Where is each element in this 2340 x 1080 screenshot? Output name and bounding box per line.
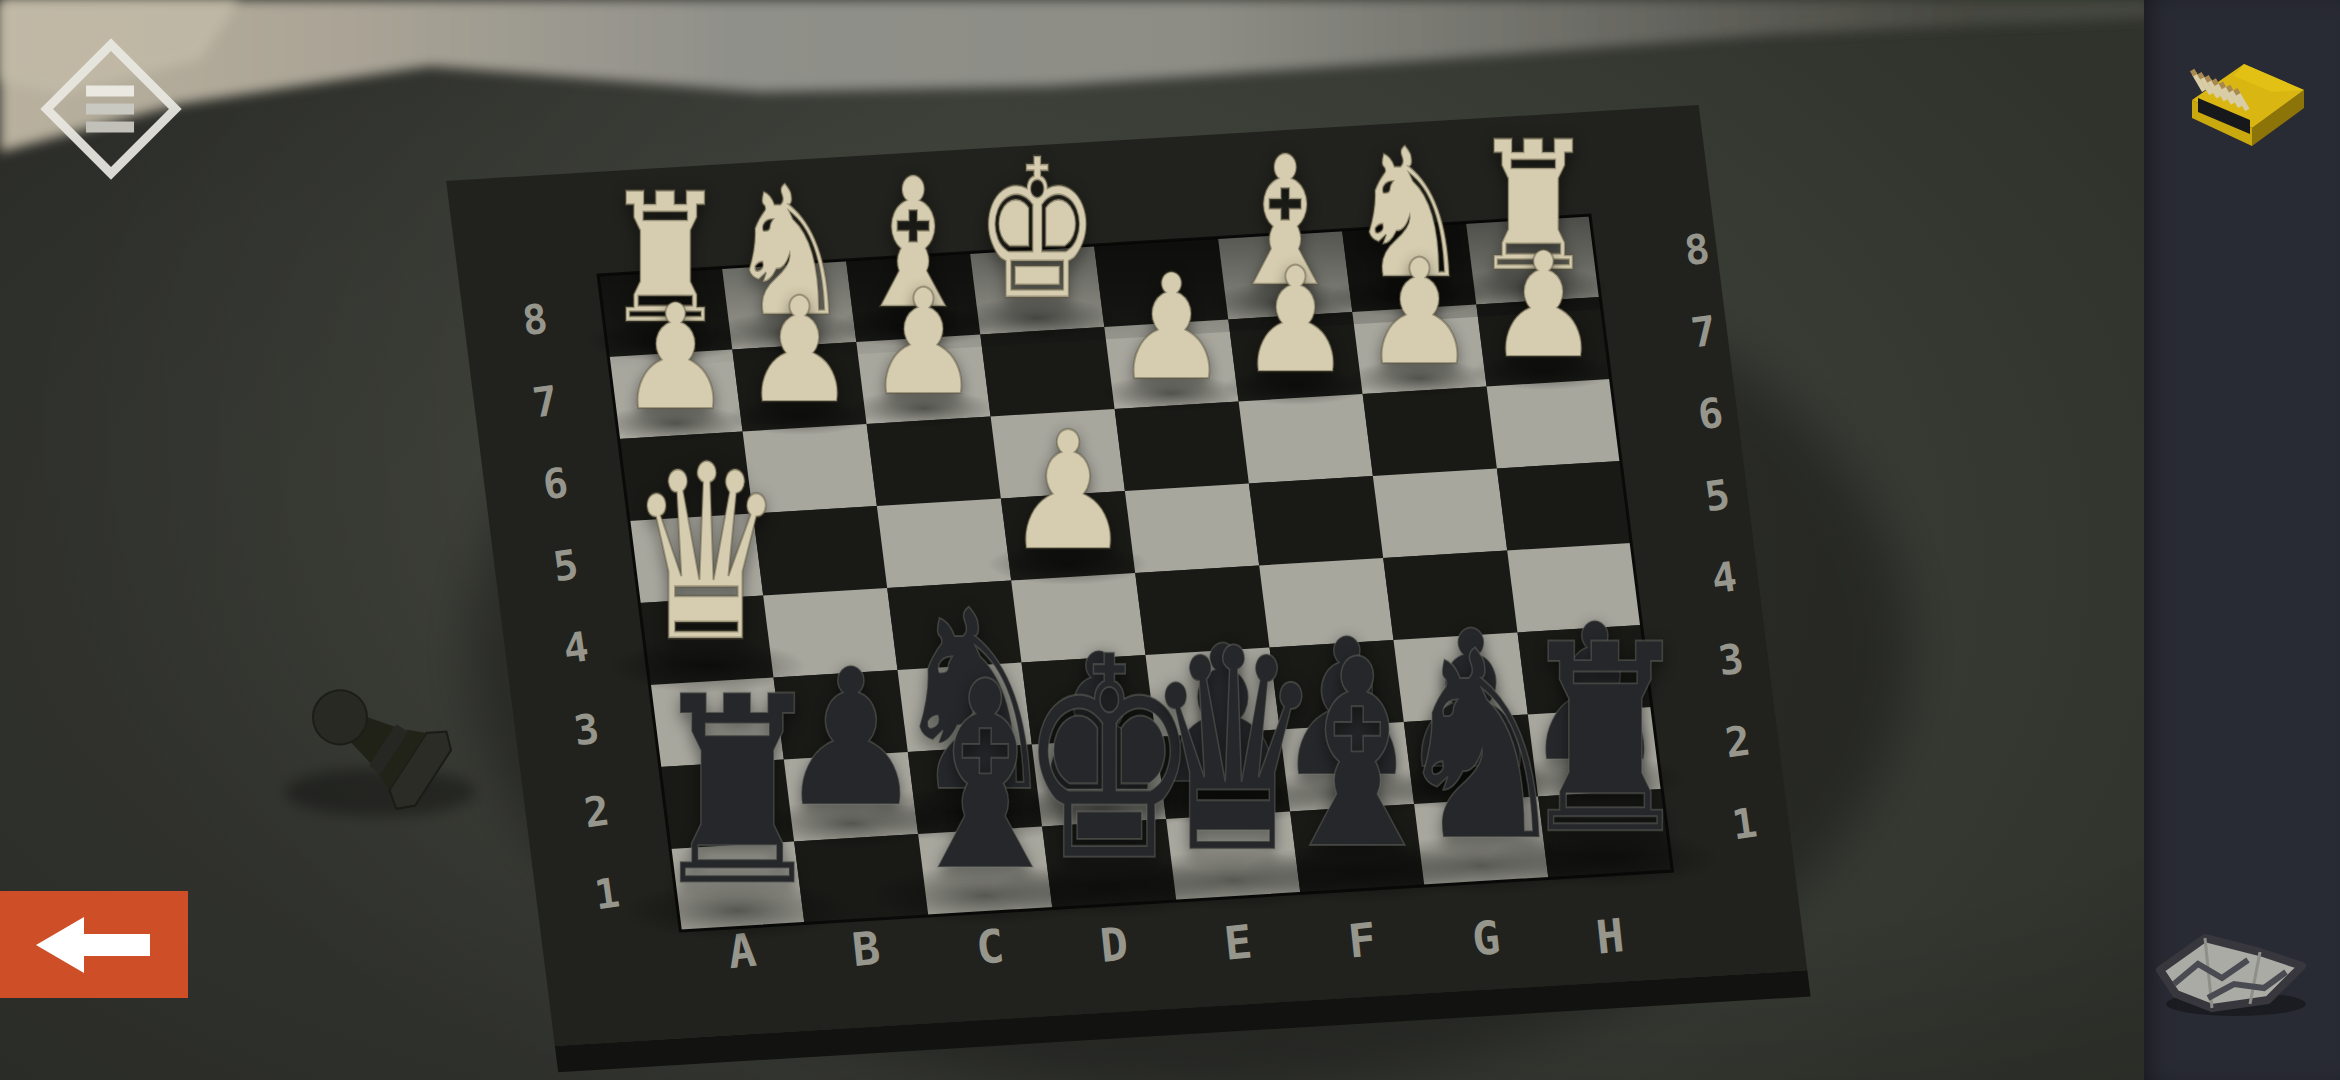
file-label-F: F	[1345, 912, 1378, 969]
piece-wP-d5[interactable]: ♟	[1004, 431, 1131, 573]
file-label-G: G	[1469, 910, 1502, 967]
square-g5[interactable]	[1373, 469, 1507, 559]
piece-wP-a7[interactable]: ♟	[619, 304, 733, 431]
square-h5[interactable]	[1497, 461, 1631, 551]
square-h6[interactable]	[1487, 379, 1621, 469]
piece-wP-b7[interactable]: ♟	[743, 297, 857, 424]
file-label-B: B	[849, 921, 882, 978]
file-label-D: D	[1097, 916, 1130, 973]
menu-button[interactable]	[36, 34, 186, 184]
file-label-H: H	[1593, 908, 1626, 965]
piece-bR-a1[interactable]: ♜	[646, 720, 828, 923]
piece-wP-g7[interactable]: ♟	[1363, 259, 1477, 386]
piece-wP-f7[interactable]: ♟	[1239, 267, 1353, 394]
piece-wP-e7[interactable]: ♟	[1115, 274, 1229, 401]
back-button[interactable]	[0, 891, 188, 998]
left-arrow-icon	[36, 917, 84, 973]
hamburger-icon	[86, 79, 134, 140]
map-icon[interactable]	[2150, 920, 2318, 1024]
matchbox-icon[interactable]	[2164, 48, 2314, 166]
piece-wP-c7[interactable]: ♟	[867, 289, 981, 416]
square-c6[interactable]	[867, 417, 1001, 507]
captured-black-pawn	[270, 650, 530, 860]
file-label-E: E	[1221, 914, 1254, 971]
square-e6[interactable]	[1115, 402, 1249, 492]
square-g6[interactable]	[1363, 387, 1497, 477]
square-f5[interactable]	[1249, 476, 1383, 566]
square-f6[interactable]	[1239, 394, 1373, 484]
game-scene: 8765432187654321ABCDEFGH ♜♞♝♚♝♞♜♟♟♟♟♟♟♟♟…	[0, 0, 2340, 1080]
piece-wP-h7[interactable]: ♟	[1487, 252, 1601, 379]
piece-bR-h1[interactable]: ♜	[1514, 668, 1696, 871]
piece-wK-d8[interactable]: ♚	[974, 187, 1100, 327]
